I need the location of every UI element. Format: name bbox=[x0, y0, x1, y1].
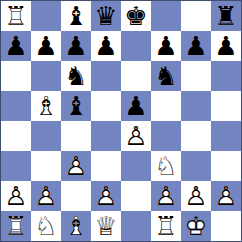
square-f8[interactable] bbox=[151, 1, 181, 31]
rook-icon: ♖ bbox=[1, 211, 31, 241]
piece-black-queen-d8[interactable]: ♛ bbox=[91, 1, 121, 31]
piece-white-pawn-d2[interactable]: ♟♙ bbox=[91, 181, 121, 211]
square-g7[interactable]: ♟ bbox=[181, 31, 211, 61]
square-c4[interactable] bbox=[61, 121, 91, 151]
square-d8[interactable]: ♛ bbox=[91, 1, 121, 31]
square-h8[interactable]: ♜ bbox=[211, 1, 241, 31]
bishop-icon: ♗ bbox=[31, 91, 61, 121]
square-g1[interactable]: ♚♔ bbox=[181, 211, 211, 241]
piece-white-pawn-c3[interactable]: ♟♙ bbox=[61, 151, 91, 181]
knight-icon: ♘ bbox=[31, 211, 61, 241]
square-f1[interactable]: ♜♖ bbox=[151, 211, 181, 241]
square-h6[interactable] bbox=[211, 61, 241, 91]
square-b5[interactable]: ♝♗ bbox=[31, 91, 61, 121]
square-e2[interactable] bbox=[121, 181, 151, 211]
chess-board: ♜♖♝♛♚♜♟♟♟♟♟♟♟♞♞♝♗♝♟♟♙♟♙♞♘♟♙♟♙♟♙♟♙♟♙♟♙♜♖♞… bbox=[0, 0, 242, 242]
square-a8[interactable]: ♜♖ bbox=[1, 1, 31, 31]
square-a2[interactable]: ♟♙ bbox=[1, 181, 31, 211]
square-f7[interactable]: ♟ bbox=[151, 31, 181, 61]
knight-icon: ♘ bbox=[151, 151, 181, 181]
square-g6[interactable] bbox=[181, 61, 211, 91]
piece-white-bishop-c1[interactable]: ♝♗ bbox=[61, 211, 91, 241]
piece-black-pawn-h7[interactable]: ♟ bbox=[211, 31, 241, 61]
square-a1[interactable]: ♜♖ bbox=[1, 211, 31, 241]
square-h3[interactable] bbox=[211, 151, 241, 181]
piece-white-pawn-g2[interactable]: ♟♙ bbox=[181, 181, 211, 211]
square-b4[interactable] bbox=[31, 121, 61, 151]
pawn-icon: ♙ bbox=[61, 151, 91, 181]
square-g8[interactable] bbox=[181, 1, 211, 31]
square-f5[interactable] bbox=[151, 91, 181, 121]
pawn-icon: ♙ bbox=[1, 181, 31, 211]
square-e5[interactable]: ♟ bbox=[121, 91, 151, 121]
pawn-icon: ♙ bbox=[31, 181, 61, 211]
piece-black-pawn-d7[interactable]: ♟ bbox=[91, 31, 121, 61]
piece-white-pawn-a2[interactable]: ♟♙ bbox=[1, 181, 31, 211]
square-h5[interactable] bbox=[211, 91, 241, 121]
queen-icon: ♕ bbox=[91, 211, 121, 241]
piece-black-pawn-f7[interactable]: ♟ bbox=[151, 31, 181, 61]
pawn-icon: ♙ bbox=[121, 121, 151, 151]
bishop-icon: ♗ bbox=[61, 211, 91, 241]
piece-white-knight-b1[interactable]: ♞♘ bbox=[31, 211, 61, 241]
square-h2[interactable]: ♟♙ bbox=[211, 181, 241, 211]
square-d7[interactable]: ♟ bbox=[91, 31, 121, 61]
square-e7[interactable] bbox=[121, 31, 151, 61]
square-d6[interactable] bbox=[91, 61, 121, 91]
square-d5[interactable] bbox=[91, 91, 121, 121]
piece-white-bishop-b5[interactable]: ♝♗ bbox=[31, 91, 61, 121]
piece-white-pawn-e4[interactable]: ♟♙ bbox=[121, 121, 151, 151]
square-e4[interactable]: ♟♙ bbox=[121, 121, 151, 151]
square-a3[interactable] bbox=[1, 151, 31, 181]
piece-white-king-g1[interactable]: ♚♔ bbox=[181, 211, 211, 241]
square-c2[interactable] bbox=[61, 181, 91, 211]
square-a6[interactable] bbox=[1, 61, 31, 91]
square-d2[interactable]: ♟♙ bbox=[91, 181, 121, 211]
square-d3[interactable] bbox=[91, 151, 121, 181]
square-c8[interactable]: ♝ bbox=[61, 1, 91, 31]
piece-black-bishop-c8[interactable]: ♝ bbox=[61, 1, 91, 31]
piece-white-rook-a8[interactable]: ♜♖ bbox=[1, 1, 31, 31]
piece-white-rook-a1[interactable]: ♜♖ bbox=[1, 211, 31, 241]
piece-black-knight-f6[interactable]: ♞ bbox=[151, 61, 181, 91]
piece-white-pawn-f2[interactable]: ♟♙ bbox=[151, 181, 181, 211]
square-e8[interactable]: ♚ bbox=[121, 1, 151, 31]
square-b8[interactable] bbox=[31, 1, 61, 31]
piece-black-pawn-e5[interactable]: ♟ bbox=[121, 91, 151, 121]
square-e1[interactable] bbox=[121, 211, 151, 241]
pawn-icon: ♙ bbox=[181, 181, 211, 211]
square-f4[interactable] bbox=[151, 121, 181, 151]
piece-white-pawn-h2[interactable]: ♟♙ bbox=[211, 181, 241, 211]
piece-white-pawn-b2[interactable]: ♟♙ bbox=[31, 181, 61, 211]
square-b1[interactable]: ♞♘ bbox=[31, 211, 61, 241]
square-a4[interactable] bbox=[1, 121, 31, 151]
square-c1[interactable]: ♝♗ bbox=[61, 211, 91, 241]
square-g2[interactable]: ♟♙ bbox=[181, 181, 211, 211]
chess-board-container: ♜♖♝♛♚♜♟♟♟♟♟♟♟♞♞♝♗♝♟♟♙♟♙♞♘♟♙♟♙♟♙♟♙♟♙♟♙♜♖♞… bbox=[0, 0, 242, 242]
square-d4[interactable] bbox=[91, 121, 121, 151]
piece-black-pawn-g7[interactable]: ♟ bbox=[181, 31, 211, 61]
square-a7[interactable]: ♟ bbox=[1, 31, 31, 61]
square-g5[interactable] bbox=[181, 91, 211, 121]
square-c3[interactable]: ♟♙ bbox=[61, 151, 91, 181]
square-h1[interactable] bbox=[211, 211, 241, 241]
square-b3[interactable] bbox=[31, 151, 61, 181]
piece-black-king-e8[interactable]: ♚ bbox=[121, 1, 151, 31]
square-a5[interactable] bbox=[1, 91, 31, 121]
pawn-icon: ♙ bbox=[211, 181, 241, 211]
square-h4[interactable] bbox=[211, 121, 241, 151]
square-g4[interactable] bbox=[181, 121, 211, 151]
piece-white-knight-f3[interactable]: ♞♘ bbox=[151, 151, 181, 181]
square-c6[interactable]: ♞ bbox=[61, 61, 91, 91]
square-e3[interactable] bbox=[121, 151, 151, 181]
square-f2[interactable]: ♟♙ bbox=[151, 181, 181, 211]
piece-white-queen-d1[interactable]: ♛♕ bbox=[91, 211, 121, 241]
square-d1[interactable]: ♛♕ bbox=[91, 211, 121, 241]
square-f6[interactable]: ♞ bbox=[151, 61, 181, 91]
piece-black-pawn-b7[interactable]: ♟ bbox=[31, 31, 61, 61]
square-b7[interactable]: ♟ bbox=[31, 31, 61, 61]
pawn-icon: ♙ bbox=[91, 181, 121, 211]
piece-black-bishop-c5[interactable]: ♝ bbox=[61, 91, 91, 121]
square-f3[interactable]: ♞♘ bbox=[151, 151, 181, 181]
square-g3[interactable] bbox=[181, 151, 211, 181]
square-c7[interactable]: ♟ bbox=[61, 31, 91, 61]
piece-black-pawn-c7[interactable]: ♟ bbox=[61, 31, 91, 61]
pawn-icon: ♙ bbox=[151, 181, 181, 211]
rook-icon: ♖ bbox=[151, 211, 181, 241]
square-c5[interactable]: ♝ bbox=[61, 91, 91, 121]
square-b6[interactable] bbox=[31, 61, 61, 91]
rook-icon: ♖ bbox=[1, 1, 31, 31]
piece-black-pawn-a7[interactable]: ♟ bbox=[1, 31, 31, 61]
king-icon: ♔ bbox=[181, 211, 211, 241]
piece-black-knight-c6[interactable]: ♞ bbox=[61, 61, 91, 91]
square-e6[interactable] bbox=[121, 61, 151, 91]
piece-white-rook-f1[interactable]: ♜♖ bbox=[151, 211, 181, 241]
square-h7[interactable]: ♟ bbox=[211, 31, 241, 61]
piece-black-rook-h8[interactable]: ♜ bbox=[211, 1, 241, 31]
square-b2[interactable]: ♟♙ bbox=[31, 181, 61, 211]
